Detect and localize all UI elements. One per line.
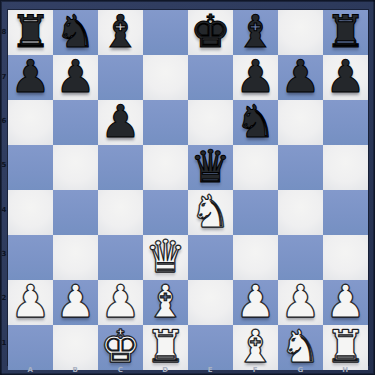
square-h8[interactable]: ♜ [323,10,368,55]
file-label-b: B [53,364,98,375]
white-pawn[interactable]: ♟ [280,279,320,324]
white-rook[interactable]: ♜ [325,324,365,369]
square-d5[interactable] [143,145,188,190]
black-rook[interactable]: ♜ [10,9,50,54]
square-f5[interactable] [233,145,278,190]
white-knight[interactable]: ♞ [280,324,320,369]
square-c6[interactable]: ♟ [98,100,143,145]
square-h5[interactable] [323,145,368,190]
rank-label-5: 5 [0,143,8,187]
square-g5[interactable] [278,145,323,190]
white-bishop[interactable]: ♝ [145,279,185,324]
square-h6[interactable] [323,100,368,145]
rank-label-7: 7 [0,54,8,98]
square-g6[interactable] [278,100,323,145]
square-f6[interactable]: ♞ [233,100,278,145]
black-rook[interactable]: ♜ [325,9,365,54]
square-d6[interactable] [143,100,188,145]
square-f7[interactable]: ♟ [233,55,278,100]
square-g7[interactable]: ♟ [278,55,323,100]
square-e4[interactable]: ♞ [188,190,233,235]
square-h7[interactable]: ♟ [323,55,368,100]
white-pawn[interactable]: ♟ [235,279,275,324]
square-d2[interactable]: ♝ [143,280,188,325]
square-c8[interactable]: ♝ [98,10,143,55]
file-label-c: C [98,364,143,375]
black-knight[interactable]: ♞ [55,9,95,54]
square-b6[interactable] [53,100,98,145]
black-king[interactable]: ♚ [190,9,230,54]
square-b7[interactable]: ♟ [53,55,98,100]
chess-board: ♜♞♝♚♝♜♟♟♟♟♟♟♞♛♞♛♟♟♟♝♟♟♟♚♜♝♞♜ [8,10,368,365]
file-label-g: G [278,364,323,375]
square-h2[interactable]: ♟ [323,280,368,325]
white-pawn[interactable]: ♟ [100,279,140,324]
square-c3[interactable] [98,235,143,280]
square-e5[interactable]: ♛ [188,145,233,190]
white-king[interactable]: ♚ [100,324,140,369]
square-c5[interactable] [98,145,143,190]
square-b8[interactable]: ♞ [53,10,98,55]
square-e8[interactable]: ♚ [188,10,233,55]
square-g3[interactable] [278,235,323,280]
white-bishop[interactable]: ♝ [235,324,275,369]
file-label-e: E [188,364,233,375]
square-c7[interactable] [98,55,143,100]
file-label-a: A [8,364,53,375]
rank-label-8: 8 [0,10,8,54]
rank-label-4: 4 [0,188,8,232]
square-g4[interactable] [278,190,323,235]
square-d4[interactable] [143,190,188,235]
black-pawn[interactable]: ♟ [10,54,50,99]
black-bishop[interactable]: ♝ [235,9,275,54]
square-a6[interactable] [8,100,53,145]
square-e7[interactable] [188,55,233,100]
rank-label-2: 2 [0,276,8,320]
white-knight[interactable]: ♞ [190,189,230,234]
black-knight[interactable]: ♞ [235,99,275,144]
black-bishop[interactable]: ♝ [100,9,140,54]
square-f2[interactable]: ♟ [233,280,278,325]
square-b4[interactable] [53,190,98,235]
square-c2[interactable]: ♟ [98,280,143,325]
white-pawn[interactable]: ♟ [325,279,365,324]
square-e6[interactable] [188,100,233,145]
white-pawn[interactable]: ♟ [55,279,95,324]
square-a7[interactable]: ♟ [8,55,53,100]
black-pawn[interactable]: ♟ [325,54,365,99]
black-queen[interactable]: ♛ [190,144,230,189]
square-b3[interactable] [53,235,98,280]
black-pawn[interactable]: ♟ [100,99,140,144]
rank-label-3: 3 [0,232,8,276]
square-e3[interactable] [188,235,233,280]
square-e2[interactable] [188,280,233,325]
square-h4[interactable] [323,190,368,235]
square-h3[interactable] [323,235,368,280]
square-b5[interactable] [53,145,98,190]
square-d3[interactable]: ♛ [143,235,188,280]
square-a8[interactable]: ♜ [8,10,53,55]
white-queen[interactable]: ♛ [145,234,185,279]
black-pawn[interactable]: ♟ [280,54,320,99]
rank-label-6: 6 [0,99,8,143]
black-pawn[interactable]: ♟ [55,54,95,99]
square-f3[interactable] [233,235,278,280]
square-g2[interactable]: ♟ [278,280,323,325]
white-rook[interactable]: ♜ [145,324,185,369]
file-label-h: H [323,364,368,375]
square-c4[interactable] [98,190,143,235]
square-g8[interactable] [278,10,323,55]
square-a2[interactable]: ♟ [8,280,53,325]
square-a4[interactable] [8,190,53,235]
black-pawn[interactable]: ♟ [235,54,275,99]
chess-board-frame: ♜♞♝♚♝♜♟♟♟♟♟♟♞♛♞♛♟♟♟♝♟♟♟♚♜♝♞♜ 87654321ABC… [0,0,375,375]
square-f8[interactable]: ♝ [233,10,278,55]
square-a3[interactable] [8,235,53,280]
rank-label-1: 1 [0,321,8,365]
square-b2[interactable]: ♟ [53,280,98,325]
white-pawn[interactable]: ♟ [10,279,50,324]
square-d8[interactable] [143,10,188,55]
square-d7[interactable] [143,55,188,100]
file-label-f: F [233,364,278,375]
square-f4[interactable] [233,190,278,235]
square-a5[interactable] [8,145,53,190]
file-label-d: D [143,364,188,375]
